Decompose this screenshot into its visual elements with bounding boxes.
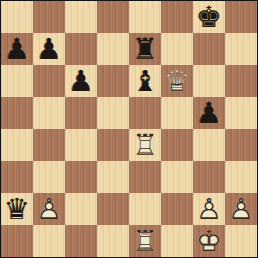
square-a2[interactable]: ♛ — [1, 193, 33, 225]
square-b4[interactable] — [33, 129, 65, 161]
chess-board-frame: ♚♟♟♜♟♝♛♕♟♜♖♛♟♙♟♙♟♙♜♖♚♔ — [0, 0, 258, 258]
square-g7[interactable] — [193, 33, 225, 65]
black-rook-piece: ♜ — [129, 33, 161, 65]
square-d4[interactable] — [97, 129, 129, 161]
square-g8[interactable]: ♚ — [193, 1, 225, 33]
square-h2[interactable]: ♟♙ — [225, 193, 257, 225]
square-e5[interactable] — [129, 97, 161, 129]
square-e2[interactable] — [129, 193, 161, 225]
chess-board: ♚♟♟♜♟♝♛♕♟♜♖♛♟♙♟♙♟♙♜♖♚♔ — [1, 1, 257, 257]
square-g1[interactable]: ♚♔ — [193, 225, 225, 257]
square-b6[interactable] — [33, 65, 65, 97]
black-pawn-piece: ♟ — [65, 65, 97, 97]
square-d1[interactable] — [97, 225, 129, 257]
square-c1[interactable] — [65, 225, 97, 257]
square-d5[interactable] — [97, 97, 129, 129]
square-e4[interactable]: ♜♖ — [129, 129, 161, 161]
square-d7[interactable] — [97, 33, 129, 65]
square-g3[interactable] — [193, 161, 225, 193]
square-a1[interactable] — [1, 225, 33, 257]
square-c2[interactable] — [65, 193, 97, 225]
white-pawn-piece: ♟♙ — [225, 193, 257, 225]
black-pawn-piece: ♟ — [1, 33, 33, 65]
square-d2[interactable] — [97, 193, 129, 225]
square-h3[interactable] — [225, 161, 257, 193]
square-g2[interactable]: ♟♙ — [193, 193, 225, 225]
white-pawn-piece: ♟♙ — [193, 193, 225, 225]
black-pawn-piece: ♟ — [193, 97, 225, 129]
white-king-piece: ♚♔ — [193, 225, 225, 257]
white-rook-piece: ♜♖ — [129, 129, 161, 161]
square-e6[interactable]: ♝ — [129, 65, 161, 97]
square-a4[interactable] — [1, 129, 33, 161]
square-a3[interactable] — [1, 161, 33, 193]
square-c5[interactable] — [65, 97, 97, 129]
square-e7[interactable]: ♜ — [129, 33, 161, 65]
square-b5[interactable] — [33, 97, 65, 129]
black-bishop-piece: ♝ — [129, 65, 161, 97]
square-f2[interactable] — [161, 193, 193, 225]
square-h6[interactable] — [225, 65, 257, 97]
square-f7[interactable] — [161, 33, 193, 65]
square-g6[interactable] — [193, 65, 225, 97]
black-king-piece: ♚ — [193, 1, 225, 33]
square-a6[interactable] — [1, 65, 33, 97]
square-f3[interactable] — [161, 161, 193, 193]
square-g5[interactable]: ♟ — [193, 97, 225, 129]
square-a8[interactable] — [1, 1, 33, 33]
square-h7[interactable] — [225, 33, 257, 65]
white-pawn-piece: ♟♙ — [33, 193, 65, 225]
square-d6[interactable] — [97, 65, 129, 97]
square-b8[interactable] — [33, 1, 65, 33]
white-queen-piece: ♛♕ — [161, 65, 193, 97]
square-d3[interactable] — [97, 161, 129, 193]
square-e1[interactable]: ♜♖ — [129, 225, 161, 257]
square-b1[interactable] — [33, 225, 65, 257]
square-b2[interactable]: ♟♙ — [33, 193, 65, 225]
square-h1[interactable] — [225, 225, 257, 257]
square-c4[interactable] — [65, 129, 97, 161]
square-c6[interactable]: ♟ — [65, 65, 97, 97]
square-b7[interactable]: ♟ — [33, 33, 65, 65]
square-e3[interactable] — [129, 161, 161, 193]
square-f6[interactable]: ♛♕ — [161, 65, 193, 97]
black-queen-piece: ♛ — [1, 193, 33, 225]
white-rook-piece: ♜♖ — [129, 225, 161, 257]
square-c3[interactable] — [65, 161, 97, 193]
square-e8[interactable] — [129, 1, 161, 33]
square-c7[interactable] — [65, 33, 97, 65]
square-a7[interactable]: ♟ — [1, 33, 33, 65]
square-g4[interactable] — [193, 129, 225, 161]
square-c8[interactable] — [65, 1, 97, 33]
square-f4[interactable] — [161, 129, 193, 161]
square-h4[interactable] — [225, 129, 257, 161]
square-b3[interactable] — [33, 161, 65, 193]
square-h5[interactable] — [225, 97, 257, 129]
square-f1[interactable] — [161, 225, 193, 257]
square-h8[interactable] — [225, 1, 257, 33]
square-d8[interactable] — [97, 1, 129, 33]
black-pawn-piece: ♟ — [33, 33, 65, 65]
square-a5[interactable] — [1, 97, 33, 129]
square-f5[interactable] — [161, 97, 193, 129]
square-f8[interactable] — [161, 1, 193, 33]
